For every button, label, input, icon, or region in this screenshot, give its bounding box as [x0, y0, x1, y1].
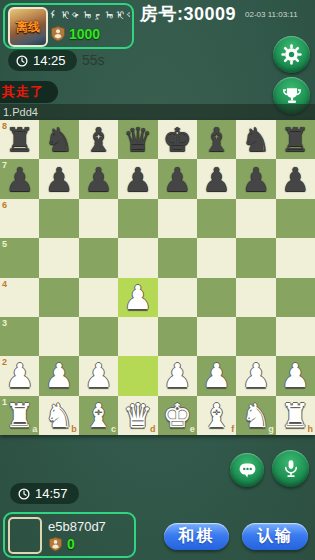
square-g6[interactable] — [236, 199, 275, 238]
square-a8[interactable]: 8♜ — [0, 120, 39, 159]
player-panel: e5b870d7 0 — [3, 512, 136, 558]
square-h5[interactable] — [276, 238, 315, 277]
square-e6[interactable] — [158, 199, 197, 238]
black-pawn[interactable]: ♟ — [276, 159, 315, 198]
square-a6[interactable]: 6 — [0, 199, 39, 238]
white-pawn[interactable]: ♟ — [236, 356, 275, 395]
opponent-rating: 1000 — [69, 26, 100, 42]
square-a1[interactable]: 1a♜ — [0, 396, 39, 435]
square-f6[interactable] — [197, 199, 236, 238]
white-bishop[interactable]: ♝ — [79, 396, 118, 435]
square-c6[interactable] — [79, 199, 118, 238]
black-rook[interactable]: ♜ — [0, 120, 39, 159]
datetime: 02-03 11:03:11 — [245, 10, 298, 19]
square-e5[interactable] — [158, 238, 197, 277]
square-e1[interactable]: e♚ — [158, 396, 197, 435]
offline-badge: 离线 — [16, 19, 40, 36]
shield-rating-icon — [50, 25, 66, 42]
opponent-rating-row: 1000 — [50, 25, 100, 42]
square-g8[interactable]: ♞ — [236, 120, 275, 159]
square-c5[interactable] — [79, 238, 118, 277]
square-a2[interactable]: 2♟ — [0, 356, 39, 395]
square-c3[interactable] — [79, 317, 118, 356]
player-rating-row: 0 — [48, 536, 75, 552]
player-rating: 0 — [67, 536, 75, 552]
square-c2[interactable]: ♟ — [79, 356, 118, 395]
black-rook[interactable]: ♜ — [276, 120, 315, 159]
white-pawn[interactable]: ♟ — [79, 356, 118, 395]
white-pawn[interactable]: ♟ — [118, 278, 157, 317]
square-f3[interactable] — [197, 317, 236, 356]
move-list-bar: 1.Pdd4 — [0, 104, 315, 120]
black-pawn[interactable]: ♟ — [39, 159, 78, 198]
square-g5[interactable] — [236, 238, 275, 277]
square-d7[interactable]: ♟ — [118, 159, 157, 198]
player-clock-time: 14:57 — [35, 486, 68, 501]
square-g3[interactable] — [236, 317, 275, 356]
clock-icon — [16, 55, 28, 67]
white-queen[interactable]: ♛ — [118, 396, 157, 435]
square-e3[interactable] — [158, 317, 197, 356]
square-f1[interactable]: f♝ — [197, 396, 236, 435]
status-message-pill: 其走了 — [0, 81, 58, 103]
chess-app-screen: 离线 ᠮᠢᠲᠣᠷᠣᠢᠲᠷ187· 1000 房号:30009 02-03 11:… — [0, 0, 315, 560]
square-d5[interactable] — [118, 238, 157, 277]
white-pawn[interactable]: ♟ — [197, 356, 236, 395]
move-notation: 1.Pdd4 — [3, 106, 38, 118]
square-h7[interactable]: ♟ — [276, 159, 315, 198]
white-pawn[interactable]: ♟ — [158, 356, 197, 395]
gear-icon — [280, 43, 303, 66]
opponent-clock-time: 14:25 — [33, 53, 66, 68]
black-pawn[interactable]: ♟ — [0, 159, 39, 198]
square-e8[interactable]: ♚ — [158, 120, 197, 159]
clock-icon — [18, 488, 30, 500]
black-knight[interactable]: ♞ — [236, 120, 275, 159]
square-a3[interactable]: 3 — [0, 317, 39, 356]
square-g4[interactable] — [236, 278, 275, 317]
white-bishop[interactable]: ♝ — [197, 396, 236, 435]
move-countdown: 55s — [82, 52, 105, 68]
black-bishop[interactable]: ♝ — [79, 120, 118, 159]
rank-label-5: 5 — [2, 239, 7, 249]
square-g1[interactable]: g♞ — [236, 396, 275, 435]
chat-bubble-icon — [237, 460, 258, 481]
square-h3[interactable] — [276, 317, 315, 356]
opponent-clock: 14:25 — [8, 50, 77, 71]
square-e2[interactable]: ♟ — [158, 356, 197, 395]
square-a5[interactable]: 5 — [0, 238, 39, 277]
square-c8[interactable]: ♝ — [79, 120, 118, 159]
black-pawn[interactable]: ♟ — [158, 159, 197, 198]
white-knight[interactable]: ♞ — [39, 396, 78, 435]
black-pawn[interactable]: ♟ — [236, 159, 275, 198]
player-clock: 14:57 — [10, 483, 79, 504]
square-g7[interactable]: ♟ — [236, 159, 275, 198]
square-b6[interactable] — [39, 199, 78, 238]
square-c4[interactable] — [79, 278, 118, 317]
square-e7[interactable]: ♟ — [158, 159, 197, 198]
square-b5[interactable] — [39, 238, 78, 277]
square-h2[interactable]: ♟ — [276, 356, 315, 395]
square-b3[interactable] — [39, 317, 78, 356]
rank-label-4: 4 — [2, 279, 7, 289]
black-knight[interactable]: ♞ — [39, 120, 78, 159]
square-b2[interactable]: ♟ — [39, 356, 78, 395]
square-f4[interactable] — [197, 278, 236, 317]
square-a4[interactable]: 4 — [0, 278, 39, 317]
square-b4[interactable] — [39, 278, 78, 317]
square-b7[interactable]: ♟ — [39, 159, 78, 198]
opponent-panel: 离线 ᠮᠢᠲᠣᠷᠣᠢᠲᠷ187· 1000 — [3, 3, 134, 49]
white-pawn[interactable]: ♟ — [0, 356, 39, 395]
rank-label-3: 3 — [2, 318, 7, 328]
black-bishop[interactable]: ♝ — [197, 120, 236, 159]
player-name: e5b870d7 — [48, 519, 106, 534]
opponent-name: ᠮᠢᠲᠣᠷᠣᠢᠲᠷ187· — [50, 9, 130, 21]
square-f5[interactable] — [197, 238, 236, 277]
square-a7[interactable]: 7♟ — [0, 159, 39, 198]
square-c1[interactable]: c♝ — [79, 396, 118, 435]
black-pawn[interactable]: ♟ — [197, 159, 236, 198]
square-g2[interactable]: ♟ — [236, 356, 275, 395]
square-h6[interactable] — [276, 199, 315, 238]
white-rook[interactable]: ♜ — [276, 396, 315, 435]
white-pawn[interactable]: ♟ — [276, 356, 315, 395]
square-e4[interactable] — [158, 278, 197, 317]
settings-button[interactable] — [273, 36, 310, 73]
white-knight[interactable]: ♞ — [236, 396, 275, 435]
black-king[interactable]: ♚ — [158, 120, 197, 159]
square-h1[interactable]: h♜ — [276, 396, 315, 435]
draw-button[interactable]: 和棋 — [164, 523, 229, 550]
chess-board: 8♜♞♝♛♚♝♞♜7♟♟♟♟♟♟♟♟654♟32♟♟♟♟♟♟♟1a♜b♞c♝d♛… — [0, 120, 315, 435]
square-h4[interactable] — [276, 278, 315, 317]
square-d3[interactable] — [118, 317, 157, 356]
square-c7[interactable]: ♟ — [79, 159, 118, 198]
chat-button[interactable] — [230, 453, 264, 487]
square-d6[interactable] — [118, 199, 157, 238]
white-king[interactable]: ♚ — [158, 396, 197, 435]
black-queen[interactable]: ♛ — [118, 120, 157, 159]
square-f7[interactable]: ♟ — [197, 159, 236, 198]
black-pawn[interactable]: ♟ — [118, 159, 157, 198]
player-avatar[interactable] — [8, 517, 42, 554]
opponent-avatar[interactable]: 离线 — [8, 7, 48, 47]
shield-rating-icon — [48, 536, 63, 552]
square-h8[interactable]: ♜ — [276, 120, 315, 159]
square-f8[interactable]: ♝ — [197, 120, 236, 159]
square-d8[interactable]: ♛ — [118, 120, 157, 159]
room-number: 房号:30009 — [140, 2, 236, 26]
square-b1[interactable]: b♞ — [39, 396, 78, 435]
square-d2[interactable] — [118, 356, 157, 395]
microphone-icon — [280, 458, 302, 480]
square-d1[interactable]: d♛ — [118, 396, 157, 435]
voice-button[interactable] — [272, 450, 309, 487]
square-b8[interactable]: ♞ — [39, 120, 78, 159]
square-f2[interactable]: ♟ — [197, 356, 236, 395]
white-pawn[interactable]: ♟ — [39, 356, 78, 395]
square-d4[interactable]: ♟ — [118, 278, 157, 317]
resign-button[interactable]: 认输 — [242, 523, 308, 550]
rank-label-6: 6 — [2, 200, 7, 210]
status-message: 其走了 — [2, 83, 44, 101]
black-pawn[interactable]: ♟ — [79, 159, 118, 198]
white-rook[interactable]: ♜ — [0, 396, 39, 435]
